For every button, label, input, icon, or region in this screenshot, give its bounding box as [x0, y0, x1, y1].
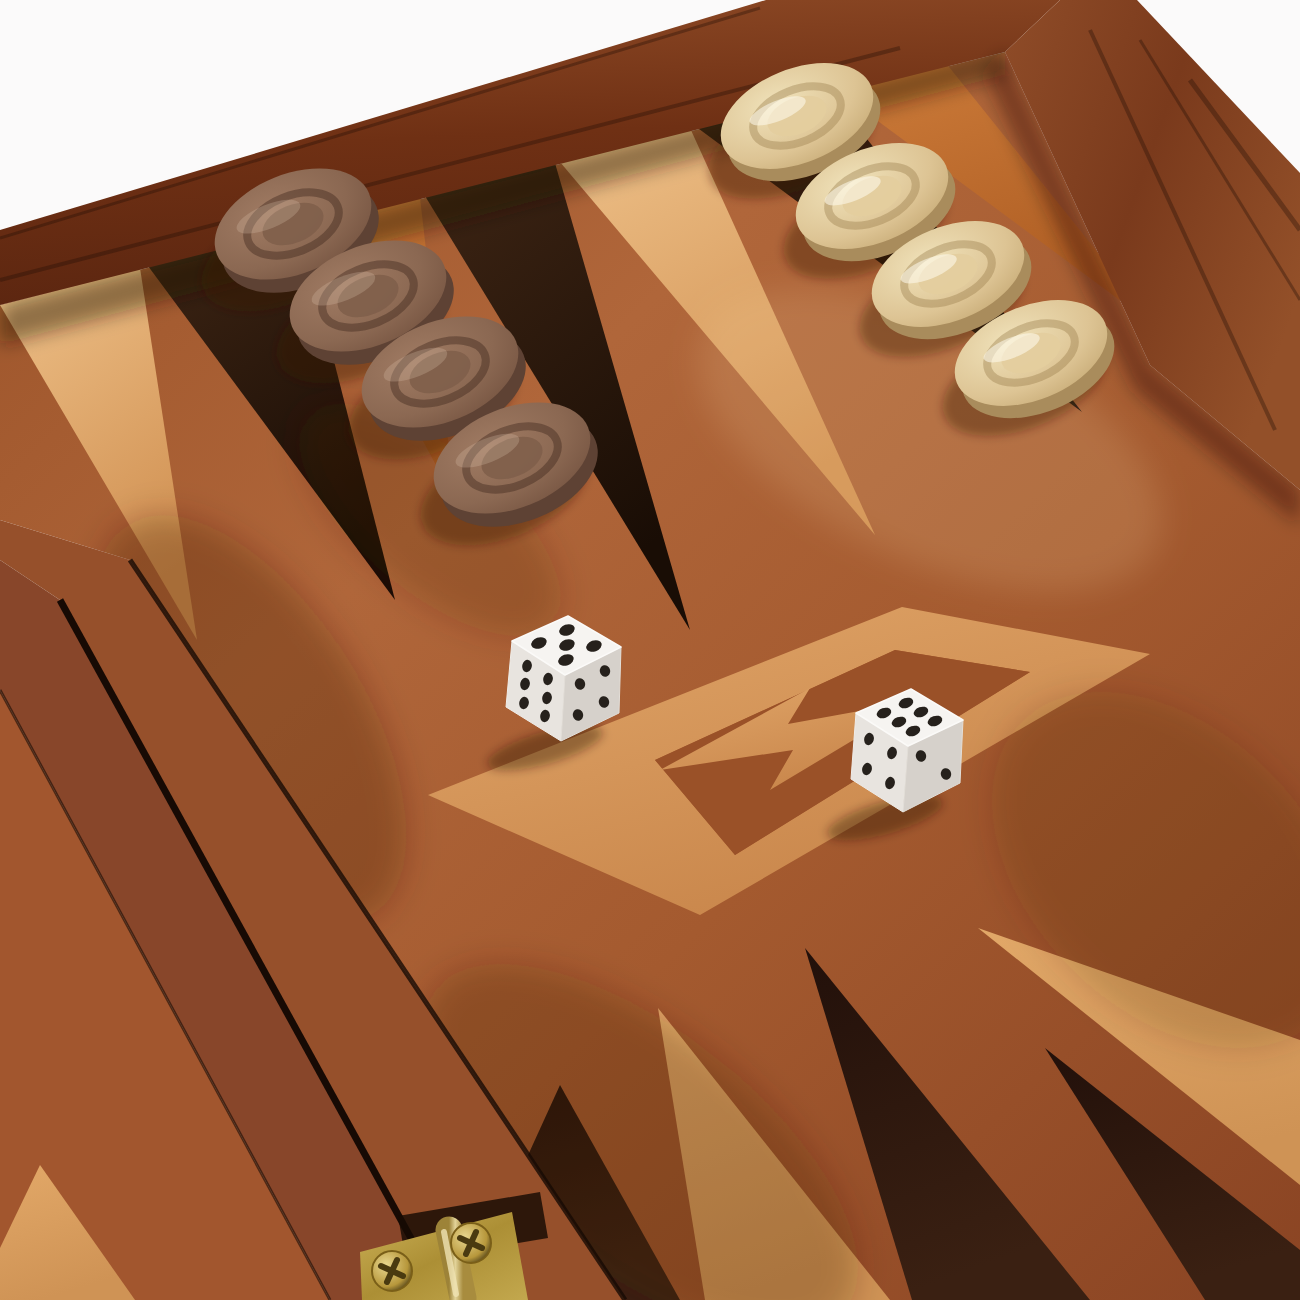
- backgammon-photo-scene: [0, 0, 1300, 1300]
- backgammon-board: [0, 0, 1300, 1300]
- hinge-screw: [372, 1251, 412, 1291]
- hinge-screw: [451, 1223, 491, 1263]
